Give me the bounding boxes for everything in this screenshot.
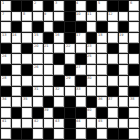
- letter-cell[interactable]: 43: [54, 119, 64, 129]
- clue-number: 37: [108, 97, 112, 100]
- block-cell: [65, 1, 75, 11]
- clue-number: 24: [2, 54, 6, 57]
- block-cell: [22, 44, 32, 54]
- letter-cell[interactable]: [119, 119, 129, 129]
- letter-cell[interactable]: [119, 54, 129, 64]
- block-cell: [87, 129, 97, 139]
- block-cell: [97, 108, 107, 118]
- letter-cell[interactable]: [129, 54, 139, 64]
- clue-number: 41: [2, 119, 6, 122]
- letter-cell[interactable]: [12, 12, 22, 22]
- letter-cell[interactable]: [12, 87, 22, 97]
- letter-cell[interactable]: [76, 129, 86, 139]
- block-cell: [54, 108, 64, 118]
- letter-cell[interactable]: 1: [1, 1, 11, 11]
- clue-number: 43: [55, 119, 59, 122]
- block-cell: [65, 119, 75, 129]
- block-cell: [54, 76, 64, 86]
- letter-cell[interactable]: 11: [87, 12, 97, 22]
- letter-cell[interactable]: 13: [1, 33, 11, 43]
- letter-cell[interactable]: 21: [44, 44, 54, 54]
- letter-cell[interactable]: [54, 129, 64, 139]
- clue-number: 23: [87, 44, 91, 47]
- block-cell: [65, 129, 75, 139]
- block-cell: [65, 12, 75, 22]
- letter-cell[interactable]: 42: [33, 119, 43, 129]
- letter-cell[interactable]: [108, 76, 118, 86]
- clue-number: 39: [44, 108, 48, 111]
- clue-number: 31: [34, 87, 38, 90]
- clue-number: 5: [98, 1, 100, 4]
- block-cell: [119, 1, 129, 11]
- block-cell: [12, 22, 22, 32]
- letter-cell[interactable]: [129, 108, 139, 118]
- clue-number: 11: [87, 12, 91, 15]
- letter-cell[interactable]: 27: [76, 65, 86, 75]
- clue-number: 17: [76, 33, 80, 36]
- letter-cell[interactable]: [44, 76, 54, 86]
- letter-cell[interactable]: [119, 87, 129, 97]
- letter-cell[interactable]: [119, 97, 129, 107]
- clue-number: 34: [2, 97, 6, 100]
- letter-cell[interactable]: [87, 22, 97, 32]
- letter-cell[interactable]: [129, 12, 139, 22]
- letter-cell[interactable]: [33, 76, 43, 86]
- block-cell: [54, 22, 64, 32]
- letter-cell[interactable]: [97, 129, 107, 139]
- letter-cell[interactable]: [97, 65, 107, 75]
- letter-cell[interactable]: [33, 12, 43, 22]
- block-cell: [119, 22, 129, 32]
- letter-cell[interactable]: 23: [87, 44, 97, 54]
- block-cell: [54, 54, 64, 64]
- clue-number: 45: [98, 119, 102, 122]
- letter-cell[interactable]: [97, 44, 107, 54]
- letter-cell[interactable]: [97, 87, 107, 97]
- clue-number: 9: [44, 12, 46, 15]
- letter-cell[interactable]: [44, 54, 54, 64]
- block-cell: [108, 44, 118, 54]
- block-cell: [129, 87, 139, 97]
- letter-cell[interactable]: [44, 22, 54, 32]
- clue-number: 30: [87, 76, 91, 79]
- block-cell: [44, 1, 54, 11]
- clue-number: 42: [34, 119, 38, 122]
- letter-cell[interactable]: 14: [12, 33, 22, 43]
- letter-cell[interactable]: 32: [54, 87, 64, 97]
- letter-cell[interactable]: 37: [108, 97, 118, 107]
- clue-number: 40: [87, 108, 91, 111]
- block-cell: [108, 1, 118, 11]
- block-cell: [22, 129, 32, 139]
- letter-cell[interactable]: [54, 65, 64, 75]
- clue-number: 2: [34, 1, 36, 4]
- block-cell: [44, 97, 54, 107]
- clue-number: 13: [2, 33, 6, 36]
- letter-cell[interactable]: 7: [1, 12, 11, 22]
- letter-cell[interactable]: 15: [33, 33, 43, 43]
- clue-number: 16: [55, 33, 59, 36]
- clue-number: 7: [2, 12, 4, 15]
- letter-cell[interactable]: 31: [33, 87, 43, 97]
- letter-cell[interactable]: 8: [22, 12, 32, 22]
- letter-cell[interactable]: 34: [1, 97, 11, 107]
- letter-cell[interactable]: [108, 108, 118, 118]
- letter-cell[interactable]: [76, 97, 86, 107]
- block-cell: [65, 65, 75, 75]
- letter-cell[interactable]: 30: [87, 76, 97, 86]
- crossword-grid: 1234567891011121314151617181920212223242…: [0, 0, 140, 140]
- clue-number: 28: [2, 76, 6, 79]
- letter-cell[interactable]: 25: [87, 54, 97, 64]
- clue-number: 21: [44, 44, 48, 47]
- letter-cell[interactable]: [108, 119, 118, 129]
- letter-cell[interactable]: [12, 65, 22, 75]
- letter-cell[interactable]: [119, 76, 129, 86]
- letter-cell[interactable]: [119, 12, 129, 22]
- clue-number: 10: [76, 12, 80, 15]
- letter-cell[interactable]: [1, 108, 11, 118]
- block-cell: [44, 33, 54, 43]
- letter-cell[interactable]: 6: [129, 1, 139, 11]
- letter-cell[interactable]: [22, 54, 32, 64]
- letter-cell[interactable]: [22, 33, 32, 43]
- clue-number: 1: [2, 1, 4, 4]
- letter-cell[interactable]: [129, 33, 139, 43]
- letter-cell[interactable]: [54, 44, 64, 54]
- letter-cell[interactable]: [129, 22, 139, 32]
- letter-cell[interactable]: 20: [33, 44, 43, 54]
- letter-cell[interactable]: 24: [1, 54, 11, 64]
- letter-cell[interactable]: 36: [97, 97, 107, 107]
- letter-cell[interactable]: 28: [1, 76, 11, 86]
- block-cell: [108, 87, 118, 97]
- clue-number: 44: [76, 119, 80, 122]
- clue-number: 20: [34, 44, 38, 47]
- letter-cell[interactable]: [33, 54, 43, 64]
- block-cell: [108, 129, 118, 139]
- block-cell: [76, 22, 86, 32]
- block-cell: [65, 97, 75, 107]
- crossword-page: 1234567891011121314151617181920212223242…: [0, 0, 140, 140]
- letter-cell[interactable]: 3: [54, 1, 64, 11]
- letter-cell[interactable]: 35: [22, 97, 32, 107]
- letter-cell[interactable]: [44, 87, 54, 97]
- block-cell: [87, 97, 97, 107]
- letter-cell[interactable]: [87, 87, 97, 97]
- letter-cell[interactable]: [12, 119, 22, 129]
- letter-cell[interactable]: 9: [44, 12, 54, 22]
- letter-cell[interactable]: [65, 87, 75, 97]
- letter-cell[interactable]: [33, 97, 43, 107]
- block-cell: [76, 76, 86, 86]
- letter-cell[interactable]: [54, 97, 64, 107]
- letter-cell[interactable]: [44, 65, 54, 75]
- letter-cell[interactable]: [87, 65, 97, 75]
- letter-cell[interactable]: 29: [65, 76, 75, 86]
- block-cell: [33, 108, 43, 118]
- letter-cell[interactable]: [22, 22, 32, 32]
- letter-cell[interactable]: 22: [65, 44, 75, 54]
- block-cell: [12, 1, 22, 11]
- clue-number: 32: [55, 87, 59, 90]
- letter-cell[interactable]: [22, 76, 32, 86]
- letter-cell[interactable]: 44: [76, 119, 86, 129]
- clue-number: 19: [119, 33, 123, 36]
- clue-number: 26: [34, 65, 38, 68]
- letter-cell[interactable]: [22, 108, 32, 118]
- letter-cell[interactable]: [12, 44, 22, 54]
- clue-number: 27: [76, 65, 80, 68]
- letter-cell[interactable]: 12: [108, 12, 118, 22]
- letter-cell[interactable]: [119, 44, 129, 54]
- block-cell: [119, 108, 129, 118]
- letter-cell[interactable]: 40: [87, 108, 97, 118]
- block-cell: [65, 22, 75, 32]
- clue-number: 38: [130, 97, 134, 100]
- letter-cell[interactable]: 26: [33, 65, 43, 75]
- block-cell: [22, 65, 32, 75]
- block-cell: [44, 129, 54, 139]
- block-cell: [65, 33, 75, 43]
- letter-cell[interactable]: [65, 54, 75, 64]
- block-cell: [12, 129, 22, 139]
- clue-number: 18: [98, 33, 102, 36]
- letter-cell[interactable]: [12, 97, 22, 107]
- letter-cell[interactable]: 4: [76, 1, 86, 11]
- letter-cell[interactable]: [76, 44, 86, 54]
- letter-cell[interactable]: [129, 76, 139, 86]
- letter-cell[interactable]: [108, 33, 118, 43]
- block-cell: [22, 87, 32, 97]
- letter-cell[interactable]: [129, 119, 139, 129]
- block-cell: [33, 22, 43, 32]
- block-cell: [1, 87, 11, 97]
- block-cell: [76, 108, 86, 118]
- letter-cell[interactable]: 2: [33, 1, 43, 11]
- letter-cell[interactable]: [12, 76, 22, 86]
- letter-cell[interactable]: [54, 12, 64, 22]
- letter-cell[interactable]: 33: [76, 87, 86, 97]
- block-cell: [119, 129, 129, 139]
- clue-number: 8: [23, 12, 25, 15]
- letter-cell[interactable]: [12, 54, 22, 64]
- block-cell: [97, 22, 107, 32]
- letter-cell[interactable]: [1, 22, 11, 32]
- block-cell: [129, 65, 139, 75]
- clue-number: 35: [23, 97, 27, 100]
- letter-cell[interactable]: [1, 129, 11, 139]
- clue-number: 12: [108, 12, 112, 15]
- block-cell: [108, 65, 118, 75]
- letter-cell[interactable]: [44, 119, 54, 129]
- clue-number: 4: [76, 1, 78, 4]
- block-cell: [1, 65, 11, 75]
- letter-cell[interactable]: 10: [76, 12, 86, 22]
- block-cell: [76, 54, 86, 64]
- letter-cell[interactable]: 18: [97, 33, 107, 43]
- letter-cell[interactable]: [33, 129, 43, 139]
- letter-cell[interactable]: [108, 22, 118, 32]
- clue-number: 15: [34, 33, 38, 36]
- clue-number: 3: [55, 1, 57, 4]
- letter-cell[interactable]: 16: [54, 33, 64, 43]
- clue-number: 22: [66, 44, 70, 47]
- letter-cell[interactable]: [129, 129, 139, 139]
- letter-cell[interactable]: 45: [97, 119, 107, 129]
- letter-cell[interactable]: 19: [119, 33, 129, 43]
- letter-cell[interactable]: [97, 12, 107, 22]
- block-cell: [1, 44, 11, 54]
- letter-cell[interactable]: [119, 65, 129, 75]
- block-cell: [65, 108, 75, 118]
- clue-number: 14: [12, 33, 16, 36]
- letter-cell[interactable]: 38: [129, 97, 139, 107]
- block-cell: [129, 44, 139, 54]
- letter-cell[interactable]: [87, 119, 97, 129]
- letter-cell[interactable]: [108, 54, 118, 64]
- block-cell: [22, 1, 32, 11]
- letter-cell[interactable]: [22, 119, 32, 129]
- clue-number: 25: [87, 54, 91, 57]
- letter-cell[interactable]: 5: [97, 1, 107, 11]
- letter-cell[interactable]: [97, 54, 107, 64]
- clue-number: 6: [130, 1, 132, 4]
- clue-number: 33: [76, 87, 80, 90]
- clue-number: 36: [98, 97, 102, 100]
- letter-cell[interactable]: 41: [1, 119, 11, 129]
- letter-cell[interactable]: 39: [44, 108, 54, 118]
- clue-number: 29: [66, 76, 70, 79]
- block-cell: [87, 33, 97, 43]
- letter-cell[interactable]: [97, 76, 107, 86]
- block-cell: [12, 108, 22, 118]
- letter-cell[interactable]: 17: [76, 33, 86, 43]
- block-cell: [87, 1, 97, 11]
